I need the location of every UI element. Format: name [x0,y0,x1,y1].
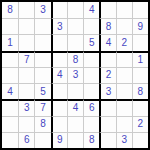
cell-digit: 1 [138,55,144,65]
sudoku-cell-r4c5[interactable]: 8 [67,51,83,67]
sudoku-cell-r2c3[interactable] [34,18,50,34]
cell-digit: 8 [138,87,144,97]
sudoku-cell-r9c2[interactable]: 6 [18,132,34,148]
sudoku-cell-r7c2[interactable]: 3 [18,99,34,115]
sudoku-cell-r6c7[interactable]: 3 [99,83,115,99]
sudoku-cell-r5c6[interactable] [83,67,99,83]
cell-digit: 4 [57,70,63,80]
sudoku-cell-r2c6[interactable] [83,18,99,34]
sudoku-cell-r8c3[interactable]: 8 [34,116,50,132]
sudoku-cell-r8c1[interactable] [2,116,18,132]
sudoku-cell-r5c9[interactable] [132,67,148,83]
cell-digit: 8 [40,119,46,129]
sudoku-cell-r1c9[interactable] [132,2,148,18]
sudoku-cell-r4c6[interactable] [83,51,99,67]
cell-digit: 2 [138,119,144,129]
cell-digit: 2 [121,38,127,48]
sudoku-cell-r7c7[interactable] [99,99,115,115]
sudoku-cell-r1c4[interactable] [51,2,67,18]
sudoku-cell-r1c5[interactable] [67,2,83,18]
cell-digit: 8 [7,5,13,15]
sudoku-cell-r1c2[interactable] [18,2,34,18]
sudoku-cell-r1c7[interactable] [99,2,115,18]
cell-digit: 9 [57,135,63,145]
sudoku-cell-r8c7[interactable] [99,116,115,132]
sudoku-cell-r6c2[interactable] [18,83,34,99]
sudoku-cell-r9c1[interactable] [2,132,18,148]
sudoku-cell-r3c7[interactable]: 4 [99,34,115,50]
sudoku-cell-r2c7[interactable]: 8 [99,18,115,34]
sudoku-cell-r9c6[interactable]: 8 [83,132,99,148]
cell-digit: 5 [40,87,46,97]
sudoku-cell-r9c9[interactable] [132,132,148,148]
sudoku-cell-r1c3[interactable]: 3 [34,2,50,18]
sudoku-cell-r7c6[interactable]: 6 [83,99,99,115]
sudoku-cell-r8c5[interactable] [67,116,83,132]
sudoku-cell-r3c6[interactable]: 5 [83,34,99,50]
sudoku-cell-r3c5[interactable] [67,34,83,50]
sudoku-cell-r5c5[interactable]: 3 [67,67,83,83]
sudoku-cell-r2c1[interactable] [2,18,18,34]
sudoku-cell-r2c9[interactable]: 9 [132,18,148,34]
sudoku-cell-r4c4[interactable] [51,51,67,67]
cell-digit: 9 [138,22,144,32]
sudoku-cell-r2c5[interactable] [67,18,83,34]
sudoku-cell-r4c9[interactable]: 1 [132,51,148,67]
sudoku-cell-r9c7[interactable] [99,132,115,148]
sudoku-board: 834389154278143245383746826983 [0,0,150,150]
sudoku-cell-r7c8[interactable] [116,99,132,115]
sudoku-cell-r3c9[interactable] [132,34,148,50]
cell-digit: 3 [73,70,79,80]
sudoku-cell-r1c8[interactable] [116,2,132,18]
sudoku-cell-r7c9[interactable] [132,99,148,115]
sudoku-cell-r4c1[interactable] [2,51,18,67]
sudoku-cell-r3c8[interactable]: 2 [116,34,132,50]
sudoku-cell-r5c1[interactable] [2,67,18,83]
sudoku-cell-r4c7[interactable] [99,51,115,67]
cell-digit: 3 [121,135,127,145]
sudoku-cell-r6c9[interactable]: 8 [132,83,148,99]
sudoku-cell-r6c8[interactable] [116,83,132,99]
sudoku-cell-r5c4[interactable]: 4 [51,67,67,83]
sudoku-cell-r1c6[interactable]: 4 [83,2,99,18]
sudoku-cell-r6c1[interactable]: 4 [2,83,18,99]
sudoku-cell-r5c2[interactable] [18,67,34,83]
sudoku-cell-r7c4[interactable] [51,99,67,115]
cell-digit: 2 [106,70,112,80]
sudoku-cell-r9c5[interactable] [67,132,83,148]
sudoku-cell-r6c6[interactable] [83,83,99,99]
cell-digit: 1 [7,38,13,48]
sudoku-cell-r3c3[interactable] [34,34,50,50]
sudoku-cell-r2c8[interactable] [116,18,132,34]
cell-digit: 6 [89,103,95,113]
cell-digit: 5 [89,38,95,48]
cell-digit: 8 [89,135,95,145]
cell-digit: 7 [24,55,30,65]
cell-digit: 4 [106,38,112,48]
sudoku-cell-r4c2[interactable]: 7 [18,51,34,67]
cell-digit: 3 [106,87,112,97]
sudoku-cell-r5c8[interactable] [116,67,132,83]
cell-digit: 4 [73,103,79,113]
cell-digit: 4 [7,87,13,97]
sudoku-cell-r4c8[interactable] [116,51,132,67]
sudoku-cell-r6c3[interactable]: 5 [34,83,50,99]
sudoku-cell-r9c3[interactable] [34,132,50,148]
sudoku-cell-r3c1[interactable]: 1 [2,34,18,50]
cell-digit: 8 [106,22,112,32]
sudoku-cell-r9c8[interactable]: 3 [116,132,132,148]
cell-digit: 6 [24,135,30,145]
sudoku-cell-r2c4[interactable]: 3 [51,18,67,34]
cell-digit: 4 [89,5,95,15]
sudoku-cell-r7c1[interactable] [2,99,18,115]
sudoku-cell-r8c9[interactable]: 2 [132,116,148,132]
sudoku-cell-r9c4[interactable]: 9 [51,132,67,148]
sudoku-cell-r5c7[interactable]: 2 [99,67,115,83]
cell-digit: 7 [40,103,46,113]
sudoku-cell-r8c4[interactable] [51,116,67,132]
sudoku-cell-r7c3[interactable]: 7 [34,99,50,115]
sudoku-cell-r6c5[interactable] [67,83,83,99]
cell-digit: 3 [57,22,63,32]
sudoku-cell-r3c4[interactable] [51,34,67,50]
sudoku-cell-r2c2[interactable] [18,18,34,34]
sudoku-cell-r8c2[interactable] [18,116,34,132]
sudoku-cell-r1c1[interactable]: 8 [2,2,18,18]
sudoku-cell-r3c2[interactable] [18,34,34,50]
cell-digit: 3 [40,5,46,15]
sudoku-cell-r7c5[interactable]: 4 [67,99,83,115]
sudoku-cell-r8c8[interactable] [116,116,132,132]
cell-digit: 3 [24,103,30,113]
sudoku-cell-r4c3[interactable] [34,51,50,67]
sudoku-cell-r5c3[interactable] [34,67,50,83]
sudoku-cell-r6c4[interactable] [51,83,67,99]
sudoku-cell-r8c6[interactable] [83,116,99,132]
cell-digit: 8 [73,55,79,65]
